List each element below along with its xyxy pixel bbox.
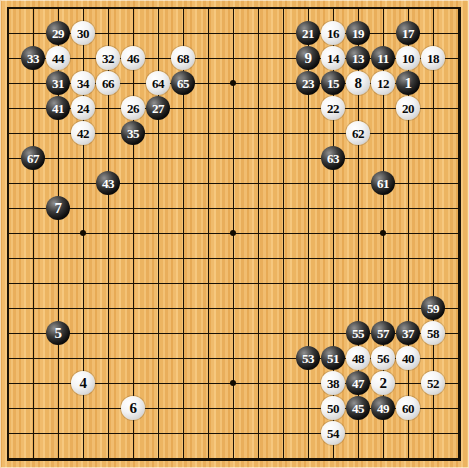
move-number: 20 (402, 101, 414, 114)
move-number: 41 (52, 101, 64, 114)
move-number: 50 (327, 401, 339, 414)
stone-white-66[interactable]: 66 (96, 71, 120, 95)
stone-white-16[interactable]: 16 (321, 21, 345, 45)
stone-white-60[interactable]: 60 (396, 396, 420, 420)
stone-black-17[interactable]: 17 (396, 21, 420, 45)
star-point (380, 230, 386, 236)
move-number: 22 (327, 101, 339, 114)
move-number: 64 (152, 76, 164, 89)
stone-white-2[interactable]: 2 (371, 371, 395, 395)
stone-black-61[interactable]: 61 (371, 171, 395, 195)
stone-white-62[interactable]: 62 (346, 121, 370, 145)
stone-black-21[interactable]: 21 (296, 21, 320, 45)
move-number: 8 (355, 75, 362, 90)
stone-white-26[interactable]: 26 (121, 96, 145, 120)
stone-white-20[interactable]: 20 (396, 96, 420, 120)
stone-black-43[interactable]: 43 (96, 171, 120, 195)
move-number: 58 (427, 326, 439, 339)
move-number: 60 (402, 401, 414, 414)
stone-black-45[interactable]: 45 (346, 396, 370, 420)
stone-white-24[interactable]: 24 (71, 96, 95, 120)
stone-black-9[interactable]: 9 (296, 46, 320, 70)
move-number: 63 (327, 151, 339, 164)
move-number: 66 (102, 76, 114, 89)
move-number: 15 (327, 76, 339, 89)
star-point (80, 230, 86, 236)
stone-black-1[interactable]: 1 (396, 71, 420, 95)
go-board[interactable]: 1245678910111213141516171819202122232426… (0, 0, 469, 468)
stone-black-11[interactable]: 11 (371, 46, 395, 70)
move-number: 35 (127, 126, 139, 139)
move-number: 9 (305, 50, 312, 65)
move-number: 4 (80, 375, 87, 390)
move-number: 5 (55, 325, 62, 340)
stone-black-37[interactable]: 37 (396, 321, 420, 345)
stone-black-49[interactable]: 49 (371, 396, 395, 420)
move-number: 19 (352, 26, 364, 39)
move-number: 34 (77, 76, 89, 89)
stone-white-48[interactable]: 48 (346, 346, 370, 370)
stone-white-34[interactable]: 34 (71, 71, 95, 95)
move-number: 49 (377, 401, 389, 414)
move-number: 17 (402, 26, 414, 39)
move-number: 57 (377, 326, 389, 339)
move-number: 31 (52, 76, 64, 89)
stone-black-47[interactable]: 47 (346, 371, 370, 395)
move-number: 30 (77, 26, 89, 39)
stone-white-30[interactable]: 30 (71, 21, 95, 45)
stone-black-67[interactable]: 67 (21, 146, 45, 170)
move-number: 40 (402, 351, 414, 364)
move-number: 24 (77, 101, 89, 114)
stone-white-54[interactable]: 54 (321, 421, 345, 445)
move-number: 23 (302, 76, 314, 89)
move-number: 54 (327, 426, 339, 439)
stone-white-10[interactable]: 10 (396, 46, 420, 70)
stone-white-18[interactable]: 18 (421, 46, 445, 70)
stone-black-33[interactable]: 33 (21, 46, 45, 70)
stone-white-12[interactable]: 12 (371, 71, 395, 95)
stone-white-6[interactable]: 6 (121, 396, 145, 420)
stone-black-29[interactable]: 29 (46, 21, 70, 45)
stone-white-8[interactable]: 8 (346, 71, 370, 95)
move-number: 48 (352, 351, 364, 364)
move-number: 1 (405, 75, 412, 90)
move-number: 38 (327, 376, 339, 389)
stone-black-55[interactable]: 55 (346, 321, 370, 345)
move-number: 37 (402, 326, 414, 339)
stone-white-14[interactable]: 14 (321, 46, 345, 70)
stone-white-52[interactable]: 52 (421, 371, 445, 395)
move-number: 45 (352, 401, 364, 414)
move-number: 55 (352, 326, 364, 339)
move-number: 16 (327, 26, 339, 39)
stone-white-4[interactable]: 4 (71, 371, 95, 395)
move-number: 13 (352, 51, 364, 64)
stone-white-56[interactable]: 56 (371, 346, 395, 370)
stone-black-57[interactable]: 57 (371, 321, 395, 345)
move-number: 18 (427, 51, 439, 64)
move-number: 61 (377, 176, 389, 189)
star-point (230, 380, 236, 386)
move-number: 32 (102, 51, 114, 64)
stone-black-65[interactable]: 65 (171, 71, 195, 95)
stone-white-42[interactable]: 42 (71, 121, 95, 145)
move-number: 51 (327, 351, 339, 364)
move-number: 47 (352, 376, 364, 389)
stone-white-40[interactable]: 40 (396, 346, 420, 370)
stone-black-13[interactable]: 13 (346, 46, 370, 70)
stone-white-38[interactable]: 38 (321, 371, 345, 395)
move-number: 11 (377, 51, 388, 64)
stone-black-7[interactable]: 7 (46, 196, 70, 220)
stone-black-35[interactable]: 35 (121, 121, 145, 145)
move-number: 21 (302, 26, 314, 39)
stone-white-50[interactable]: 50 (321, 396, 345, 420)
stone-black-63[interactable]: 63 (321, 146, 345, 170)
move-number: 12 (377, 76, 389, 89)
stone-white-32[interactable]: 32 (96, 46, 120, 70)
stone-black-23[interactable]: 23 (296, 71, 320, 95)
stone-black-27[interactable]: 27 (146, 96, 170, 120)
stone-black-51[interactable]: 51 (321, 346, 345, 370)
stone-black-5[interactable]: 5 (46, 321, 70, 345)
move-number: 43 (102, 176, 114, 189)
move-number: 67 (27, 151, 39, 164)
move-number: 65 (177, 76, 189, 89)
move-number: 2 (380, 375, 387, 390)
stone-white-58[interactable]: 58 (421, 321, 445, 345)
stone-white-22[interactable]: 22 (321, 96, 345, 120)
move-number: 33 (27, 51, 39, 64)
star-point (230, 80, 236, 86)
move-number: 52 (427, 376, 439, 389)
stone-white-46[interactable]: 46 (121, 46, 145, 70)
stone-white-64[interactable]: 64 (146, 71, 170, 95)
move-number: 6 (130, 400, 137, 415)
stone-black-59[interactable]: 59 (421, 296, 445, 320)
move-number: 27 (152, 101, 164, 114)
move-number: 62 (352, 126, 364, 139)
star-point (230, 230, 236, 236)
stone-black-19[interactable]: 19 (346, 21, 370, 45)
move-number: 10 (402, 51, 414, 64)
move-number: 29 (52, 26, 64, 39)
move-number: 53 (302, 351, 314, 364)
move-number: 68 (177, 51, 189, 64)
move-number: 26 (127, 101, 139, 114)
stone-white-68[interactable]: 68 (171, 46, 195, 70)
move-number: 44 (52, 51, 64, 64)
move-number: 59 (427, 301, 439, 314)
move-number: 7 (55, 200, 62, 215)
stone-black-15[interactable]: 15 (321, 71, 345, 95)
stone-white-44[interactable]: 44 (46, 46, 70, 70)
move-number: 42 (77, 126, 89, 139)
move-number: 56 (377, 351, 389, 364)
move-number: 46 (127, 51, 139, 64)
move-number: 14 (327, 51, 339, 64)
stone-black-53[interactable]: 53 (296, 346, 320, 370)
stone-black-31[interactable]: 31 (46, 71, 70, 95)
stone-black-41[interactable]: 41 (46, 96, 70, 120)
